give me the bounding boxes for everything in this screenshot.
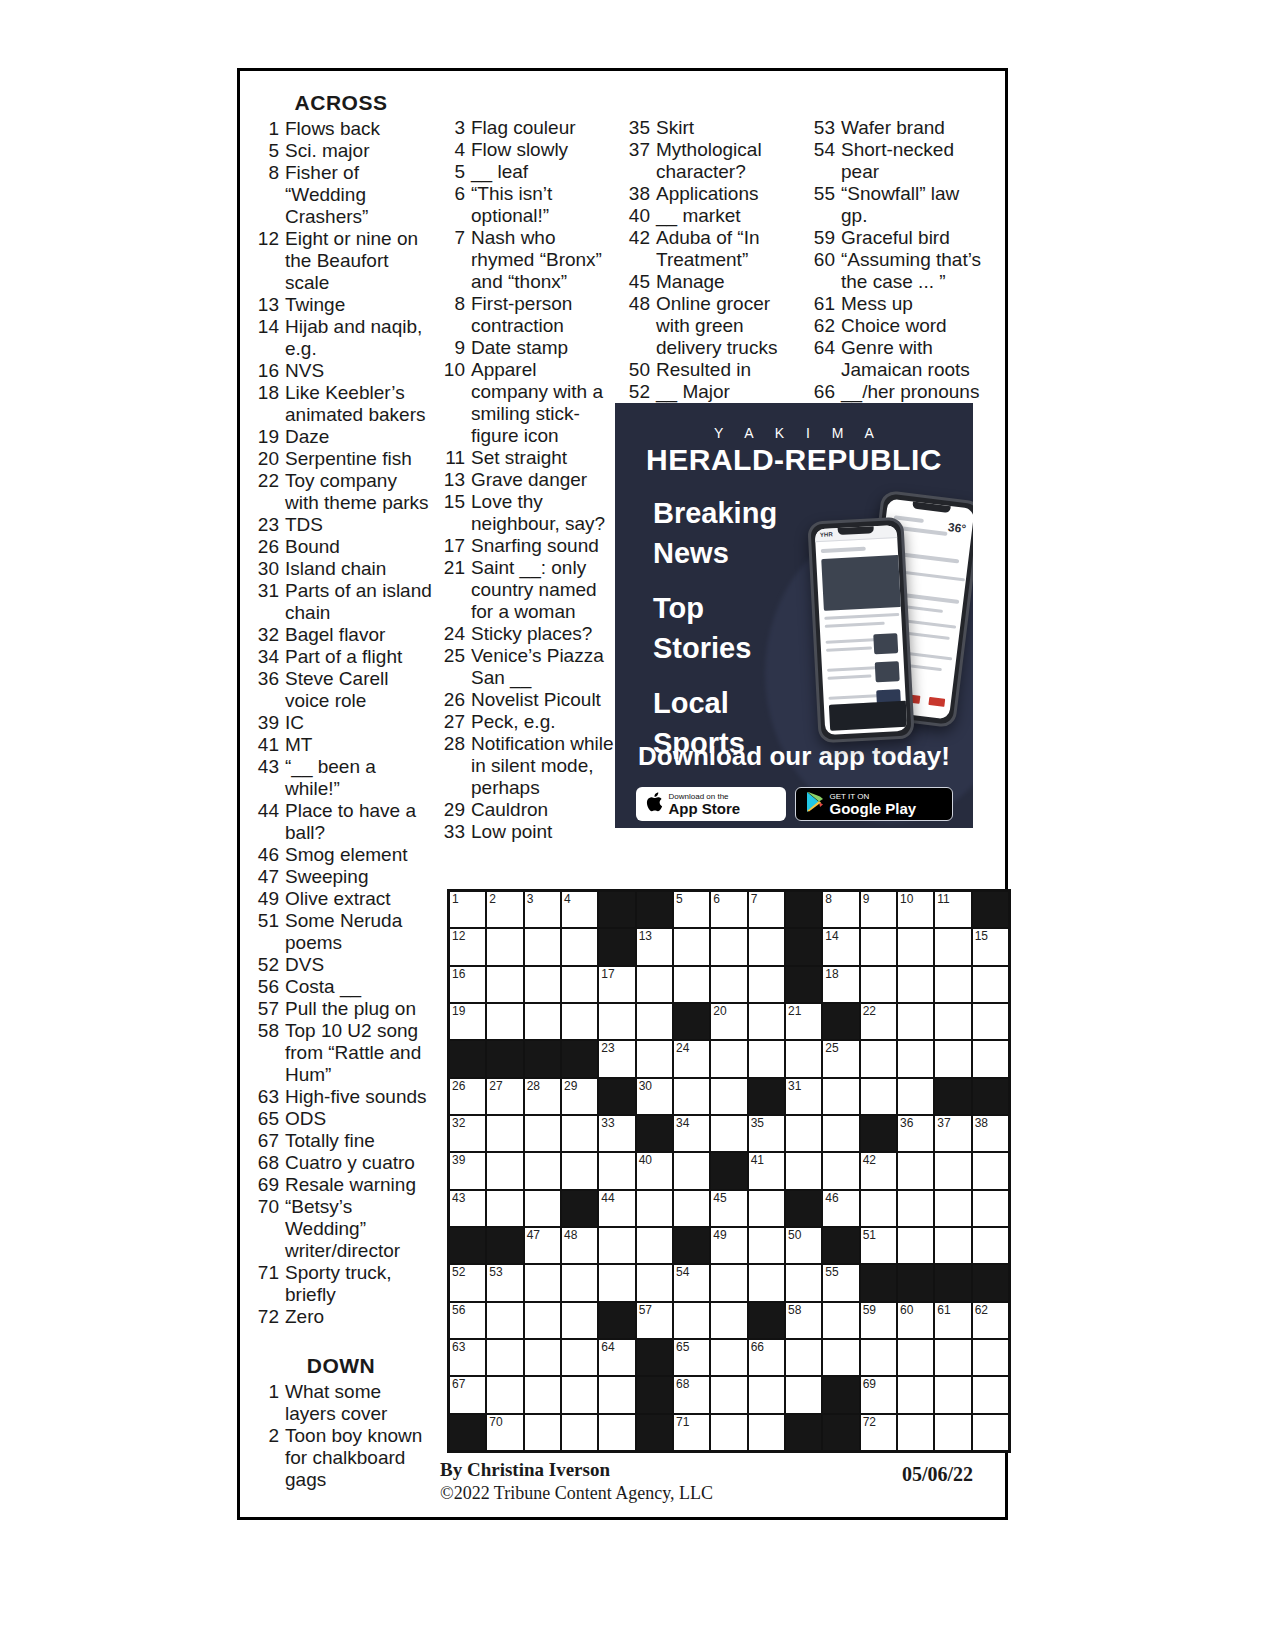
cell-r8c7[interactable]	[674, 1153, 709, 1188]
cell-r8c2[interactable]	[487, 1153, 522, 1188]
cell-r12c6[interactable]: 57	[637, 1303, 672, 1338]
cell-r7c13[interactable]: 36	[898, 1116, 933, 1151]
cell-r5c13[interactable]	[898, 1041, 933, 1076]
cell-r1c9[interactable]: 7	[749, 892, 784, 927]
cell-r13c3[interactable]	[525, 1340, 560, 1375]
cell-r3c5[interactable]: 17	[599, 967, 634, 1002]
cell-r14c9[interactable]	[749, 1377, 784, 1412]
cell-r5c10[interactable]	[786, 1041, 821, 1076]
cell-number: 27	[489, 1079, 502, 1093]
clue-42: 42Aduba of “In Treatment”	[621, 227, 801, 271]
cell-r6c8[interactable]	[711, 1079, 746, 1114]
cell-r7c15[interactable]: 38	[973, 1116, 1008, 1151]
clue-56: 56Costa __	[250, 976, 432, 998]
cell-r7c10[interactable]	[786, 1116, 821, 1151]
cell-r14c13[interactable]	[898, 1377, 933, 1412]
cell-r10c4[interactable]: 48	[562, 1228, 597, 1263]
cell-r5c11[interactable]: 25	[823, 1041, 858, 1076]
clue-text: “This isn’t optional!”	[471, 183, 616, 227]
cell-r13c11[interactable]	[823, 1340, 858, 1375]
clue-21: 21Saint __: only country named for a wom…	[436, 557, 616, 623]
clue-9: 9Date stamp	[436, 337, 616, 359]
clue-47: 47Sweeping	[250, 866, 432, 888]
clue-number: 2	[250, 1425, 279, 1491]
cell-r10c12[interactable]: 51	[861, 1228, 896, 1263]
cell-r3c3[interactable]	[525, 967, 560, 1002]
clue-text: Some Neruda poems	[285, 910, 432, 954]
cell-r3c6[interactable]	[637, 967, 672, 1002]
clue-number: 30	[250, 558, 279, 580]
cell-number: 62	[975, 1303, 988, 1317]
clue-number: 42	[621, 227, 650, 271]
cell-number: 54	[676, 1265, 689, 1279]
cell-r9c7[interactable]	[674, 1191, 709, 1226]
cell-r11c11[interactable]: 55	[823, 1265, 858, 1300]
cell-r14c3[interactable]	[525, 1377, 560, 1412]
puzzle-page-frame: ACROSS1Flows back5Sci. major8Fisher of “…	[237, 68, 1008, 1520]
cell-number: 52	[452, 1265, 465, 1279]
cell-r3c8[interactable]	[711, 967, 746, 1002]
clue-text: Hijab and naqib, e.g.	[285, 316, 432, 360]
cell-r2c11[interactable]: 14	[823, 929, 858, 964]
cell-r6c1[interactable]: 26	[450, 1079, 485, 1114]
cell-r4c3[interactable]	[525, 1004, 560, 1039]
cell-r12c1[interactable]: 56	[450, 1303, 485, 1338]
cell-r1c10	[786, 892, 821, 927]
cell-r8c1[interactable]: 39	[450, 1153, 485, 1188]
cell-r1c3[interactable]: 3	[525, 892, 560, 927]
cell-r4c6[interactable]	[637, 1004, 672, 1039]
clue-number: 20	[250, 448, 279, 470]
cell-r8c10[interactable]	[786, 1153, 821, 1188]
cell-r6c11[interactable]	[823, 1079, 858, 1114]
cell-r2c6[interactable]: 13	[637, 929, 672, 964]
cell-number: 49	[713, 1228, 726, 1242]
cell-r2c2[interactable]	[487, 929, 522, 964]
cell-r14c2[interactable]	[487, 1377, 522, 1412]
cell-r1c13[interactable]: 10	[898, 892, 933, 927]
clue-text: Sporty truck, briefly	[285, 1262, 432, 1306]
cell-r15c15[interactable]	[973, 1415, 1008, 1450]
cell-r8c12[interactable]: 42	[861, 1153, 896, 1188]
clue-13: 13Grave danger	[436, 469, 616, 491]
cell-r14c1[interactable]: 67	[450, 1377, 485, 1412]
cell-r2c12[interactable]	[861, 929, 896, 964]
cell-r2c3[interactable]	[525, 929, 560, 964]
cell-r5c3	[525, 1041, 560, 1076]
clue-number: 69	[250, 1174, 279, 1196]
cell-r5c6[interactable]	[637, 1041, 672, 1076]
cell-r4c7	[674, 1004, 709, 1039]
cell-r11c6[interactable]	[637, 1265, 672, 1300]
cell-r3c12[interactable]	[861, 967, 896, 1002]
cell-r5c5[interactable]: 23	[599, 1041, 634, 1076]
cell-r12c7[interactable]	[674, 1303, 709, 1338]
cell-number: 5	[676, 892, 683, 906]
cell-r8c15[interactable]	[973, 1153, 1008, 1188]
clue-45: 45Manage	[621, 271, 801, 293]
cell-r12c13[interactable]: 60	[898, 1303, 933, 1338]
cell-r2c4[interactable]	[562, 929, 597, 964]
cell-r13c7[interactable]: 65	[674, 1340, 709, 1375]
cell-r7c5[interactable]: 33	[599, 1116, 634, 1151]
cell-r10c3[interactable]: 47	[525, 1228, 560, 1263]
cell-r14c10[interactable]	[786, 1377, 821, 1412]
cell-r7c1[interactable]: 32	[450, 1116, 485, 1151]
clue-number: 6	[436, 183, 465, 227]
cell-r4c8[interactable]: 20	[711, 1004, 746, 1039]
clue-text: Pull the plug on	[285, 998, 432, 1020]
cell-r14c15[interactable]	[973, 1377, 1008, 1412]
cell-r14c7[interactable]: 68	[674, 1377, 709, 1412]
cell-number: 56	[452, 1303, 465, 1317]
cell-number: 36	[900, 1116, 913, 1130]
cell-r2c8[interactable]	[711, 929, 746, 964]
cell-r3c10	[786, 967, 821, 1002]
cell-r12c14[interactable]: 61	[935, 1303, 970, 1338]
cell-r8c5[interactable]	[599, 1153, 634, 1188]
cell-r9c5[interactable]: 44	[599, 1191, 634, 1226]
cell-r15c9[interactable]	[749, 1415, 784, 1450]
cell-r13c4[interactable]	[562, 1340, 597, 1375]
cell-r12c15[interactable]: 62	[973, 1303, 1008, 1338]
clue-number: 31	[250, 580, 279, 624]
cell-r7c4[interactable]	[562, 1116, 597, 1151]
clue-number: 40	[621, 205, 650, 227]
clue-text: __ Major	[656, 381, 801, 403]
cell-r2c7[interactable]	[674, 929, 709, 964]
cell-r15c3[interactable]	[525, 1415, 560, 1450]
clue-70: 70“Betsy’s Wedding” writer/director	[250, 1196, 432, 1262]
clue-49: 49Olive extract	[250, 888, 432, 910]
cell-r15c11	[823, 1415, 858, 1450]
clue-71: 71Sporty truck, briefly	[250, 1262, 432, 1306]
cell-r13c9[interactable]: 66	[749, 1340, 784, 1375]
cell-r2c9[interactable]	[749, 929, 784, 964]
clue-text: Costa __	[285, 976, 432, 998]
cell-r1c12[interactable]: 9	[861, 892, 896, 927]
cell-r3c15[interactable]	[973, 967, 1008, 1002]
cell-r2c14[interactable]	[935, 929, 970, 964]
clue-number: 25	[436, 645, 465, 689]
cell-r10c15[interactable]	[973, 1228, 1008, 1263]
clue-60: 60“Assuming that’s the case ... ”	[806, 249, 984, 293]
cell-r9c3[interactable]	[525, 1191, 560, 1226]
cell-r14c8[interactable]	[711, 1377, 746, 1412]
cell-r1c8[interactable]: 6	[711, 892, 746, 927]
cell-r3c7[interactable]	[674, 967, 709, 1002]
cell-r15c12[interactable]: 72	[861, 1415, 896, 1450]
cell-r7c9[interactable]: 35	[749, 1116, 784, 1151]
cell-r2c13[interactable]	[898, 929, 933, 964]
clue-text: Saint __: only country named for a woman	[471, 557, 616, 623]
cell-r12c12[interactable]: 59	[861, 1303, 896, 1338]
cell-r15c1	[450, 1415, 485, 1450]
cell-r12c3[interactable]	[525, 1303, 560, 1338]
clue-number: 70	[250, 1196, 279, 1262]
clue-text: Genre with Jamaican roots	[841, 337, 984, 381]
cell-number: 22	[863, 1004, 876, 1018]
cell-r5c15[interactable]	[973, 1041, 1008, 1076]
cell-r11c7[interactable]: 54	[674, 1265, 709, 1300]
cell-r3c1[interactable]: 16	[450, 967, 485, 1002]
clue-text: Sticky places?	[471, 623, 616, 645]
cell-number: 40	[639, 1153, 652, 1167]
clue-10: 10Apparel company with a smiling stick-f…	[436, 359, 616, 447]
cell-r1c4[interactable]: 4	[562, 892, 597, 927]
cell-r4c2[interactable]	[487, 1004, 522, 1039]
cell-number: 65	[676, 1340, 689, 1354]
clue-number: 39	[250, 712, 279, 734]
clue-11: 11Set straight	[436, 447, 616, 469]
cell-r6c3[interactable]: 28	[525, 1079, 560, 1114]
clue-text: Serpentine fish	[285, 448, 432, 470]
cell-r11c4[interactable]	[562, 1265, 597, 1300]
clue-text: Place to have a ball?	[285, 800, 432, 844]
clue-number: 27	[436, 711, 465, 733]
cell-r2c1[interactable]: 12	[450, 929, 485, 964]
cell-r8c13[interactable]	[898, 1153, 933, 1188]
cell-r6c6[interactable]: 30	[637, 1079, 672, 1114]
cell-r3c14[interactable]	[935, 967, 970, 1002]
cell-r4c1[interactable]: 19	[450, 1004, 485, 1039]
cell-r5c7[interactable]: 24	[674, 1041, 709, 1076]
cell-r3c11[interactable]: 18	[823, 967, 858, 1002]
clue-text: Online grocer with green delivery trucks	[656, 293, 801, 359]
clue-text: IC	[285, 712, 432, 734]
cell-r13c15[interactable]	[973, 1340, 1008, 1375]
clue-text: Set straight	[471, 447, 616, 469]
clue-number: 54	[806, 139, 835, 183]
cell-r4c12[interactable]: 22	[861, 1004, 896, 1039]
cell-r1c2[interactable]: 2	[487, 892, 522, 927]
clue-text: Short-necked pear	[841, 139, 984, 183]
clue-text: Bagel flavor	[285, 624, 432, 646]
cell-number: 59	[863, 1303, 876, 1317]
cell-r15c4[interactable]	[562, 1415, 597, 1450]
cell-r15c5[interactable]	[599, 1415, 634, 1450]
cell-number: 39	[452, 1153, 465, 1167]
cell-r11c2[interactable]: 53	[487, 1265, 522, 1300]
cell-number: 51	[863, 1228, 876, 1242]
cell-r8c4[interactable]	[562, 1153, 597, 1188]
cell-r5c2	[487, 1041, 522, 1076]
cell-r10c13[interactable]	[898, 1228, 933, 1263]
cell-r12c10[interactable]: 58	[786, 1303, 821, 1338]
clue-62: 62Choice word	[806, 315, 984, 337]
cell-r5c9[interactable]	[749, 1041, 784, 1076]
cell-r4c9[interactable]	[749, 1004, 784, 1039]
clue-text: Totally fine	[285, 1130, 432, 1152]
clue-text: Toon boy known for chalkboard gags	[285, 1425, 432, 1491]
clue-number: 48	[621, 293, 650, 359]
clue-text: Flag couleur	[471, 117, 616, 139]
cell-r7c14[interactable]: 37	[935, 1116, 970, 1151]
clue-20: 20Serpentine fish	[250, 448, 432, 470]
cell-r13c13[interactable]	[898, 1340, 933, 1375]
clue-number: 28	[436, 733, 465, 799]
cell-r3c13[interactable]	[898, 967, 933, 1002]
cell-r15c10	[786, 1415, 821, 1450]
cell-r15c7[interactable]: 71	[674, 1415, 709, 1450]
clue-53: 53Wafer brand	[806, 117, 984, 139]
cell-r14c14[interactable]	[935, 1377, 970, 1412]
cell-number: 29	[564, 1079, 577, 1093]
cell-r9c6[interactable]	[637, 1191, 672, 1226]
clue-50: 50Resulted in	[621, 359, 801, 381]
cell-r13c5[interactable]: 64	[599, 1340, 634, 1375]
cell-r14c5[interactable]	[599, 1377, 634, 1412]
google-play-icon	[806, 792, 824, 816]
cell-r3c4[interactable]	[562, 967, 597, 1002]
cell-r15c2[interactable]: 70	[487, 1415, 522, 1450]
clue-text: Sweeping	[285, 866, 432, 888]
cell-r12c4[interactable]	[562, 1303, 597, 1338]
cell-r9c2[interactable]	[487, 1191, 522, 1226]
clue-number: 13	[436, 469, 465, 491]
clue-34: 34Part of a flight	[250, 646, 432, 668]
cell-r11c9[interactable]	[749, 1265, 784, 1300]
cell-r12c2[interactable]	[487, 1303, 522, 1338]
clue-text: “Betsy’s Wedding” writer/director	[285, 1196, 432, 1262]
cell-r8c9[interactable]: 41	[749, 1153, 784, 1188]
google-play-badge-big-text: Google Play	[830, 801, 917, 817]
cell-r1c14[interactable]: 11	[935, 892, 970, 927]
cell-r10c8[interactable]: 49	[711, 1228, 746, 1263]
cell-r4c14[interactable]	[935, 1004, 970, 1039]
clue-64: 64Genre with Jamaican roots	[806, 337, 984, 381]
app-promo-ad[interactable]: Y A K I M A HERALD-REPUBLIC BreakingNews…	[615, 403, 973, 828]
cell-r9c1[interactable]: 43	[450, 1191, 485, 1226]
cell-r13c12[interactable]	[861, 1340, 896, 1375]
cell-r6c12[interactable]	[861, 1079, 896, 1114]
cell-r14c6	[637, 1377, 672, 1412]
clue-text: Twinge	[285, 294, 432, 316]
cell-r12c11[interactable]	[823, 1303, 858, 1338]
cell-r9c14[interactable]	[935, 1191, 970, 1226]
cell-r13c14[interactable]	[935, 1340, 970, 1375]
cell-r5c8[interactable]	[711, 1041, 746, 1076]
cell-r11c14	[935, 1265, 970, 1300]
clue-text: Daze	[285, 426, 432, 448]
cell-r15c14[interactable]	[935, 1415, 970, 1450]
cell-r15c8[interactable]	[711, 1415, 746, 1450]
cell-r8c14[interactable]	[935, 1153, 970, 1188]
cell-r7c8[interactable]	[711, 1116, 746, 1151]
google-play-badge[interactable]: GET IT ON Google Play	[795, 787, 953, 821]
cell-r3c2[interactable]	[487, 967, 522, 1002]
cell-r13c1[interactable]: 63	[450, 1340, 485, 1375]
cell-r6c4[interactable]: 29	[562, 1079, 597, 1114]
cell-r14c12[interactable]: 69	[861, 1377, 896, 1412]
cell-r10c9[interactable]	[749, 1228, 784, 1263]
clue-number: 17	[436, 535, 465, 557]
cell-r8c3[interactable]	[525, 1153, 560, 1188]
cell-r6c10[interactable]: 31	[786, 1079, 821, 1114]
cell-r13c8[interactable]	[711, 1340, 746, 1375]
cell-r8c11[interactable]	[823, 1153, 858, 1188]
cell-r6c2[interactable]: 27	[487, 1079, 522, 1114]
cell-r9c13[interactable]	[898, 1191, 933, 1226]
clue-text: Snarfing sound	[471, 535, 616, 557]
cell-r8c6[interactable]: 40	[637, 1153, 672, 1188]
cell-r5c14[interactable]	[935, 1041, 970, 1076]
cell-r1c11[interactable]: 8	[823, 892, 858, 927]
cell-r3c9[interactable]	[749, 967, 784, 1002]
cell-r9c8[interactable]: 45	[711, 1191, 746, 1226]
clue-number: 37	[621, 139, 650, 183]
cell-r15c13[interactable]	[898, 1415, 933, 1450]
cell-r11c1[interactable]: 52	[450, 1265, 485, 1300]
cell-r10c10[interactable]: 50	[786, 1228, 821, 1263]
cell-r9c9[interactable]	[749, 1191, 784, 1226]
cell-r13c10[interactable]	[786, 1340, 821, 1375]
cell-r6c5	[599, 1079, 634, 1114]
cell-number: 14	[825, 929, 838, 943]
cell-r4c13[interactable]	[898, 1004, 933, 1039]
clue-number: 55	[806, 183, 835, 227]
cell-r11c10[interactable]	[786, 1265, 821, 1300]
cell-number: 50	[788, 1228, 801, 1242]
clue-number: 49	[250, 888, 279, 910]
cell-r12c8[interactable]	[711, 1303, 746, 1338]
cell-r2c15[interactable]: 15	[973, 929, 1008, 964]
cell-r10c6[interactable]	[637, 1228, 672, 1263]
cell-r6c7[interactable]	[674, 1079, 709, 1114]
cell-r7c3[interactable]	[525, 1116, 560, 1151]
cell-r9c11[interactable]: 46	[823, 1191, 858, 1226]
clue-28: 28Notification while in silent mode, per…	[436, 733, 616, 799]
cell-r6c14	[935, 1079, 970, 1114]
clue-8: 8Fisher of “Wedding Crashers”	[250, 162, 432, 228]
cell-r4c5[interactable]	[599, 1004, 634, 1039]
app-store-badge-big-text: App Store	[669, 801, 741, 817]
cell-r11c12	[861, 1265, 896, 1300]
cell-r12c9	[749, 1303, 784, 1338]
cell-r1c7[interactable]: 5	[674, 892, 709, 927]
cell-r4c4[interactable]	[562, 1004, 597, 1039]
cell-r7c7[interactable]: 34	[674, 1116, 709, 1151]
cell-r10c5[interactable]	[599, 1228, 634, 1263]
cell-r4c15[interactable]	[973, 1004, 1008, 1039]
cell-r9c12[interactable]	[861, 1191, 896, 1226]
clue-68: 68Cuatro y cuatro	[250, 1152, 432, 1174]
cell-r11c13	[898, 1265, 933, 1300]
cell-r7c2[interactable]	[487, 1116, 522, 1151]
cell-r11c8[interactable]	[711, 1265, 746, 1300]
cell-r4c10[interactable]: 21	[786, 1004, 821, 1039]
cell-r13c2[interactable]	[487, 1340, 522, 1375]
crossword-grid: 1234567891011121314151617181920212223242…	[447, 889, 1011, 1453]
cell-number: 43	[452, 1191, 465, 1205]
clue-number: 21	[436, 557, 465, 623]
cell-r2c10	[786, 929, 821, 964]
cell-r11c3[interactable]	[525, 1265, 560, 1300]
cell-r14c4[interactable]	[562, 1377, 597, 1412]
cell-r5c12[interactable]	[861, 1041, 896, 1076]
cell-r6c13[interactable]	[898, 1079, 933, 1114]
app-store-badge[interactable]: Download on the App Store	[636, 787, 786, 821]
clue-number: 59	[806, 227, 835, 249]
cell-r7c11[interactable]	[823, 1116, 858, 1151]
publication-date: 05/06/22	[902, 1463, 973, 1486]
cell-r10c14[interactable]	[935, 1228, 970, 1263]
cell-r11c5[interactable]	[599, 1265, 634, 1300]
clue-number: 18	[250, 382, 279, 426]
clue-text: Smog element	[285, 844, 432, 866]
cell-r1c1[interactable]: 1	[450, 892, 485, 927]
cell-r9c15[interactable]	[973, 1191, 1008, 1226]
